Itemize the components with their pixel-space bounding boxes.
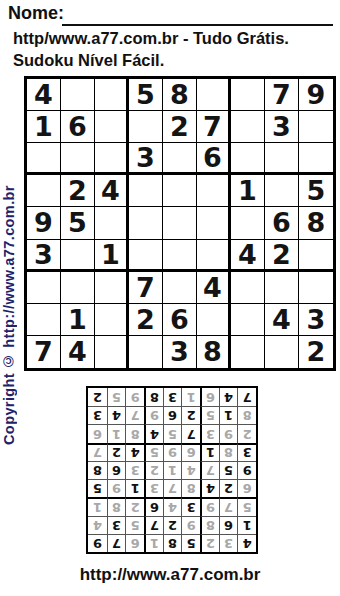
solution-cell-r2c6: 7 xyxy=(144,516,163,534)
puzzle-cell-r9c2: 4 xyxy=(61,336,95,368)
solution-cell-r1c3: 2 xyxy=(200,534,219,552)
puzzle-cell-r7c9 xyxy=(299,272,333,304)
puzzle-cell-r4c2: 2 xyxy=(61,175,95,207)
solution-cell-r9c2: 4 xyxy=(219,388,238,406)
puzzle-cell-r5c9: 8 xyxy=(299,207,333,239)
sudoku-printable-page: Nome: http/www.a77.com.br - Tudo Grátis.… xyxy=(0,0,340,596)
puzzle-cell-r4c4 xyxy=(129,175,163,207)
solution-cell-r7c6: 4 xyxy=(144,424,163,442)
puzzle-cell-r6c6 xyxy=(197,240,231,272)
puzzle-cell-r5c3 xyxy=(95,207,129,239)
puzzle-cell-r8c3 xyxy=(95,304,129,336)
solution-cell-r1c4: 5 xyxy=(181,534,200,552)
solution-cell-r8c7: 7 xyxy=(125,406,144,424)
solution-cell-r5c4: 4 xyxy=(181,461,200,479)
puzzle-cell-r9c1: 7 xyxy=(27,336,61,368)
solution-cell-r9c4: 1 xyxy=(181,388,200,406)
puzzle-cell-r4c5 xyxy=(163,175,197,207)
puzzle-cell-r6c4 xyxy=(129,240,163,272)
puzzle-cell-r2c7 xyxy=(231,111,265,143)
puzzle-cell-r1c6 xyxy=(197,79,231,111)
puzzle-cell-r3c8 xyxy=(265,143,299,175)
puzzle-cell-r5c7 xyxy=(231,207,265,239)
solution-cell-r2c2: 6 xyxy=(219,516,238,534)
solution-cell-r7c1: 2 xyxy=(237,424,256,442)
puzzle-cell-r7c6: 4 xyxy=(197,272,231,304)
solution-cell-r6c7: 4 xyxy=(125,443,144,461)
puzzle-cell-r1c9: 9 xyxy=(299,79,333,111)
solution-cell-r4c8: 9 xyxy=(107,479,126,497)
solution-cell-r3c5: 4 xyxy=(163,497,182,515)
name-underline xyxy=(62,5,333,26)
solution-cell-r7c2: 9 xyxy=(219,424,238,442)
puzzle-cell-r1c8: 7 xyxy=(265,79,299,111)
puzzle-cell-r9c5: 3 xyxy=(163,336,197,368)
solution-cell-r9c5: 3 xyxy=(163,388,182,406)
solution-cell-r6c5: 9 xyxy=(163,443,182,461)
solution-cell-r4c9: 5 xyxy=(88,479,107,497)
solution-cell-r2c4: 9 xyxy=(181,516,200,534)
puzzle-cell-r3c2 xyxy=(61,143,95,175)
puzzle-cell-r9c3 xyxy=(95,336,129,368)
puzzle-cell-r1c2 xyxy=(61,79,95,111)
solution-cell-r8c9: 3 xyxy=(88,406,107,424)
name-label: Nome: xyxy=(8,3,64,24)
puzzle-cell-r2c3 xyxy=(95,111,129,143)
solution-grid-rotated: 4325816791689275345793462816248731959574… xyxy=(86,386,258,554)
solution-cell-r7c9: 6 xyxy=(88,424,107,442)
solution-cell-r9c3: 6 xyxy=(200,388,219,406)
solution-cell-r4c5: 7 xyxy=(163,479,182,497)
solution-cell-r2c9: 4 xyxy=(88,516,107,534)
puzzle-cell-r9c9: 2 xyxy=(299,336,333,368)
solution-cell-r5c7: 3 xyxy=(125,461,144,479)
puzzle-cell-r4c8 xyxy=(265,175,299,207)
solution-cell-r8c8: 4 xyxy=(107,406,126,424)
puzzle-cell-r7c1 xyxy=(27,272,61,304)
puzzle-cell-r6c3: 1 xyxy=(95,240,129,272)
solution-cell-r1c6: 1 xyxy=(144,534,163,552)
puzzle-cell-r6c5 xyxy=(163,240,197,272)
solution-cell-r7c8: 1 xyxy=(107,424,126,442)
puzzle-cell-r7c3 xyxy=(95,272,129,304)
solution-cell-r6c6: 5 xyxy=(144,443,163,461)
puzzle-cell-r7c7 xyxy=(231,272,265,304)
puzzle-cell-r8c2: 1 xyxy=(61,304,95,336)
footer-url: http://www.a77.com.br xyxy=(0,565,340,585)
puzzle-cell-r3c6: 6 xyxy=(197,143,231,175)
solution-cell-r5c5: 1 xyxy=(163,461,182,479)
solution-cell-r2c8: 3 xyxy=(107,516,126,534)
solution-cell-r2c1: 1 xyxy=(237,516,256,534)
solution-cell-r1c7: 6 xyxy=(125,534,144,552)
solution-cell-r1c8: 7 xyxy=(107,534,126,552)
solution-cell-r9c1: 7 xyxy=(237,388,256,406)
puzzle-cell-r8c4: 2 xyxy=(129,304,163,336)
solution-cell-r6c2: 8 xyxy=(219,443,238,461)
solution-cell-r1c9: 9 xyxy=(88,534,107,552)
puzzle-cell-r8c1 xyxy=(27,304,61,336)
puzzle-cell-r9c7 xyxy=(231,336,265,368)
solution-cell-r1c1: 4 xyxy=(237,534,256,552)
copyright-vertical-text: Copyright © http://www.a77.com.br xyxy=(0,78,17,445)
puzzle-cell-r9c6: 8 xyxy=(197,336,231,368)
puzzle-cell-r8c7 xyxy=(231,304,265,336)
solution-cell-r8c2: 1 xyxy=(219,406,238,424)
puzzle-cell-r5c2: 5 xyxy=(61,207,95,239)
puzzle-cell-r2c8: 3 xyxy=(265,111,299,143)
solution-cell-r2c5: 2 xyxy=(163,516,182,534)
solution-cell-r6c9: 7 xyxy=(88,443,107,461)
solution-cell-r4c4: 8 xyxy=(181,479,200,497)
solution-cell-r2c3: 8 xyxy=(200,516,219,534)
puzzle-cell-r5c4 xyxy=(129,207,163,239)
solution-cell-r8c6: 9 xyxy=(144,406,163,424)
puzzle-cell-r3c1 xyxy=(27,143,61,175)
solution-cell-r6c3: 1 xyxy=(200,443,219,461)
puzzle-cell-r7c4: 7 xyxy=(129,272,163,304)
puzzle-cell-r7c5 xyxy=(163,272,197,304)
puzzle-cell-r8c5: 6 xyxy=(163,304,197,336)
puzzle-cell-r3c3 xyxy=(95,143,129,175)
puzzle-cell-r1c3 xyxy=(95,79,129,111)
puzzle-cell-r4c1 xyxy=(27,175,61,207)
puzzle-cell-r2c2: 6 xyxy=(61,111,95,143)
puzzle-cell-r6c1: 3 xyxy=(27,240,61,272)
puzzle-cell-r3c5 xyxy=(163,143,197,175)
puzzle-cell-r5c8: 6 xyxy=(265,207,299,239)
solution-cell-r8c4: 2 xyxy=(181,406,200,424)
solution-cell-r5c6: 2 xyxy=(144,461,163,479)
puzzle-cell-r3c4: 3 xyxy=(129,143,163,175)
puzzle-cell-r2c6: 7 xyxy=(197,111,231,143)
puzzle-cell-r9c8 xyxy=(265,336,299,368)
solution-cell-r1c2: 3 xyxy=(219,534,238,552)
solution-cell-r8c5: 6 xyxy=(163,406,182,424)
puzzle-cell-r6c7: 4 xyxy=(231,240,265,272)
puzzle-cell-r2c1: 1 xyxy=(27,111,61,143)
solution-cell-r9c8: 5 xyxy=(107,388,126,406)
solution-cell-r6c8: 2 xyxy=(107,443,126,461)
puzzle-cell-r1c5: 8 xyxy=(163,79,197,111)
solution-cell-r5c3: 7 xyxy=(200,461,219,479)
solution-cell-r9c7: 9 xyxy=(125,388,144,406)
solution-cell-r3c4: 3 xyxy=(181,497,200,515)
solution-cell-r4c7: 1 xyxy=(125,479,144,497)
solution-cell-r4c6: 3 xyxy=(144,479,163,497)
puzzle-cell-r7c2 xyxy=(61,272,95,304)
puzzle-cell-r1c4: 5 xyxy=(129,79,163,111)
solution-cell-r7c7: 8 xyxy=(125,424,144,442)
solution-cell-r4c3: 4 xyxy=(200,479,219,497)
solution-cell-r3c7: 2 xyxy=(125,497,144,515)
puzzle-cell-r1c7 xyxy=(231,79,265,111)
solution-cell-r5c1: 9 xyxy=(237,461,256,479)
puzzle-cell-r4c3: 4 xyxy=(95,175,129,207)
solution-cell-r8c1: 8 xyxy=(237,406,256,424)
difficulty-title: Sudoku Nível Fácil. xyxy=(13,51,164,70)
solution-cell-r3c3: 9 xyxy=(200,497,219,515)
puzzle-cell-r8c6 xyxy=(197,304,231,336)
puzzle-cell-r2c5: 2 xyxy=(163,111,197,143)
solution-cell-r5c8: 6 xyxy=(107,461,126,479)
puzzle-cell-r3c9 xyxy=(299,143,333,175)
solution-cell-r7c3: 3 xyxy=(200,424,219,442)
puzzle-cell-r6c9 xyxy=(299,240,333,272)
solution-cell-r6c1: 3 xyxy=(237,443,256,461)
solution-cell-r5c2: 5 xyxy=(219,461,238,479)
solution-cell-r9c9: 2 xyxy=(88,388,107,406)
puzzle-cell-r4c9: 5 xyxy=(299,175,333,207)
puzzle-cell-r4c7: 1 xyxy=(231,175,265,207)
solution-cell-r8c3: 5 xyxy=(200,406,219,424)
puzzle-cell-r4c6 xyxy=(197,175,231,207)
puzzle-cell-r6c2 xyxy=(61,240,95,272)
solution-cell-r7c4: 7 xyxy=(181,424,200,442)
puzzle-cell-r5c5 xyxy=(163,207,197,239)
puzzle-cell-r8c9: 3 xyxy=(299,304,333,336)
puzzle-cell-r9c4 xyxy=(129,336,163,368)
solution-cell-r4c1: 6 xyxy=(237,479,256,497)
solution-cell-r2c7: 5 xyxy=(125,516,144,534)
solution-cell-r3c6: 6 xyxy=(144,497,163,515)
solution-cell-r3c8: 8 xyxy=(107,497,126,515)
solution-cell-r5c9: 8 xyxy=(88,461,107,479)
puzzle-cell-r5c6 xyxy=(197,207,231,239)
puzzle-cell-r3c7 xyxy=(231,143,265,175)
puzzle-cell-r5c1: 9 xyxy=(27,207,61,239)
puzzle-cell-r6c8: 2 xyxy=(265,240,299,272)
solution-cell-r3c1: 5 xyxy=(237,497,256,515)
puzzle-cell-r8c8: 4 xyxy=(265,304,299,336)
puzzle-cell-r1c1: 4 xyxy=(27,79,61,111)
solution-cell-r7c5: 5 xyxy=(163,424,182,442)
solution-cell-r1c5: 8 xyxy=(163,534,182,552)
solution-cell-r3c2: 7 xyxy=(219,497,238,515)
solution-cell-r9c6: 8 xyxy=(144,388,163,406)
puzzle-cell-r2c9 xyxy=(299,111,333,143)
puzzle-cell-r2c4 xyxy=(129,111,163,143)
solution-cell-r4c2: 2 xyxy=(219,479,238,497)
site-title: http/www.a77.com.br - Tudo Grátis. xyxy=(13,29,289,48)
puzzle-grid: 458791627336241595683142741264374382 xyxy=(24,76,336,371)
solution-cell-r3c9: 1 xyxy=(88,497,107,515)
puzzle-cell-r7c8 xyxy=(265,272,299,304)
solution-cell-r6c4: 6 xyxy=(181,443,200,461)
